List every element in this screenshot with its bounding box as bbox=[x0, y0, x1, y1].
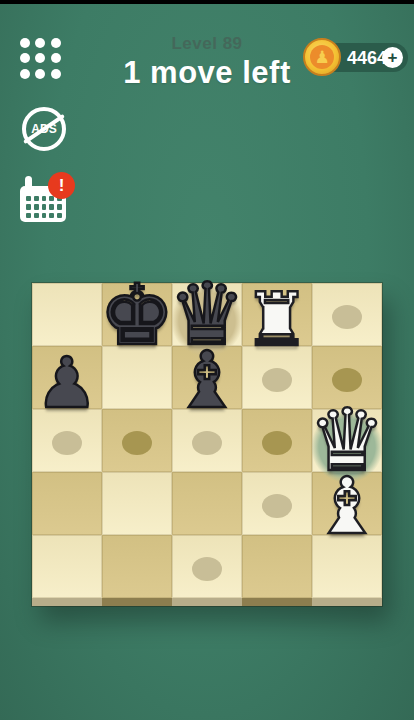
daily-calendar-button[interactable]: ! bbox=[18, 172, 74, 226]
black-pawn-glyph: ♟ bbox=[36, 348, 99, 418]
coin-pawn-icon: ♟ bbox=[314, 49, 329, 66]
menu-dot-icon bbox=[35, 53, 45, 63]
move-dot-r3c4[interactable] bbox=[262, 431, 292, 455]
square-r5c4[interactable] bbox=[242, 535, 312, 598]
menu-dot-icon bbox=[35, 69, 45, 79]
board-edge bbox=[32, 598, 382, 606]
move-dot-r3c3[interactable] bbox=[192, 431, 222, 455]
white-rook-glyph: ♜ bbox=[244, 282, 310, 356]
calendar-clip-icon bbox=[25, 176, 32, 192]
menu-dot-icon bbox=[35, 38, 45, 48]
move-dot-r1c5[interactable] bbox=[332, 305, 362, 329]
square-r4c1[interactable] bbox=[32, 472, 102, 535]
piece-white-rook[interactable]: ♜ bbox=[242, 283, 312, 346]
piece-black-bishop[interactable]: ♝ bbox=[172, 346, 242, 409]
menu-dot-icon bbox=[51, 38, 61, 48]
menu-dot-icon bbox=[20, 38, 30, 48]
move-dot-r5c3[interactable] bbox=[192, 557, 222, 581]
board-edge-segment bbox=[312, 598, 382, 606]
calendar-grid-icon bbox=[26, 196, 62, 218]
coin-counter: ♟ 4464 + bbox=[303, 38, 409, 76]
square-r5c2[interactable] bbox=[102, 535, 172, 598]
move-dot-r3c2[interactable] bbox=[122, 431, 152, 455]
black-king-glyph: ♚ bbox=[99, 273, 174, 357]
no-ads-button[interactable]: ADS bbox=[22, 107, 66, 151]
move-dot-r3c1[interactable] bbox=[52, 431, 82, 455]
board-edge-segment bbox=[102, 598, 172, 606]
game-screen: Level 89 1 move left ♟ 4464 + ADS ! ♚♛♜♟… bbox=[0, 0, 414, 720]
square-r4c2[interactable] bbox=[102, 472, 172, 535]
board-edge-segment bbox=[172, 598, 242, 606]
black-bishop-glyph: ♝ bbox=[172, 341, 242, 419]
square-r4c3[interactable] bbox=[172, 472, 242, 535]
square-r1c1[interactable] bbox=[32, 283, 102, 346]
piece-black-pawn[interactable]: ♟ bbox=[32, 346, 102, 409]
menu-dot-icon bbox=[51, 53, 61, 63]
chess-board: ♚♛♜♟♝♛♝ bbox=[32, 283, 382, 606]
menu-button[interactable] bbox=[20, 38, 62, 80]
menu-dot-icon bbox=[20, 69, 30, 79]
board-edge-segment bbox=[32, 598, 102, 606]
notification-badge: ! bbox=[48, 172, 75, 199]
move-dot-r4c4[interactable] bbox=[262, 494, 292, 518]
move-dot-r2c4[interactable] bbox=[262, 368, 292, 392]
piece-white-bishop[interactable]: ♝ bbox=[312, 472, 382, 535]
board-edge-segment bbox=[242, 598, 312, 606]
menu-dot-icon bbox=[20, 53, 30, 63]
coin-icon: ♟ bbox=[303, 38, 341, 76]
piece-black-king[interactable]: ♚ bbox=[102, 283, 172, 346]
ads-label: ADS bbox=[22, 122, 66, 136]
add-coins-button[interactable]: + bbox=[382, 47, 403, 68]
menu-dot-icon bbox=[51, 69, 61, 79]
square-r5c1[interactable] bbox=[32, 535, 102, 598]
white-bishop-glyph: ♝ bbox=[312, 467, 382, 545]
status-bar bbox=[0, 0, 414, 4]
move-dot-r2c5[interactable] bbox=[332, 368, 362, 392]
